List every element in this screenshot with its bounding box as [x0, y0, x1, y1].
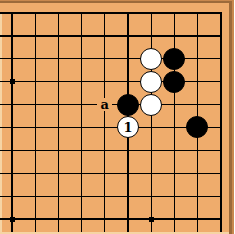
intersection — [116, 162, 139, 185]
black-stone — [117, 94, 139, 116]
intersection — [186, 185, 209, 208]
white-stone — [140, 71, 162, 93]
intersection — [24, 2, 47, 25]
go-board: a1 — [0, 0, 234, 234]
intersection — [163, 208, 186, 231]
intersection — [47, 70, 70, 93]
intersection — [186, 93, 209, 116]
intersection — [47, 162, 70, 185]
intersection — [140, 185, 163, 208]
intersection — [186, 116, 209, 139]
intersection — [186, 47, 209, 70]
intersection — [24, 47, 47, 70]
intersection — [163, 116, 186, 139]
intersection — [0, 2, 23, 25]
intersection — [140, 24, 163, 47]
intersection — [116, 93, 139, 116]
white-stone — [140, 94, 162, 116]
intersection — [93, 47, 116, 70]
intersection — [0, 116, 23, 139]
intersection — [140, 70, 163, 93]
intersection — [24, 70, 47, 93]
intersection — [47, 47, 70, 70]
intersection — [93, 208, 116, 231]
intersection — [93, 116, 116, 139]
intersection — [186, 208, 209, 231]
intersection — [24, 24, 47, 47]
intersection — [0, 185, 23, 208]
point-label-a: a — [97, 98, 112, 111]
black-stone — [163, 71, 185, 93]
intersection — [116, 24, 139, 47]
intersection — [0, 70, 23, 93]
intersection — [186, 162, 209, 185]
intersection — [93, 139, 116, 162]
intersection — [47, 24, 70, 47]
intersection — [0, 139, 23, 162]
intersection — [163, 47, 186, 70]
intersection — [140, 162, 163, 185]
intersection — [24, 185, 47, 208]
move-number-label: 1 — [123, 120, 132, 134]
intersection — [93, 70, 116, 93]
intersection — [116, 185, 139, 208]
intersection — [70, 70, 93, 93]
intersection — [116, 139, 139, 162]
intersection — [24, 139, 47, 162]
intersection — [24, 93, 47, 116]
black-stone — [163, 48, 185, 70]
intersection — [47, 2, 70, 25]
intersection — [47, 116, 70, 139]
intersection — [163, 139, 186, 162]
intersection — [93, 162, 116, 185]
intersection: 1 — [116, 116, 139, 139]
intersection: a — [93, 93, 116, 116]
intersection — [116, 70, 139, 93]
intersection — [140, 139, 163, 162]
intersection — [0, 162, 23, 185]
intersection-grid: a1 — [0, 2, 232, 231]
intersection — [93, 185, 116, 208]
intersection — [70, 185, 93, 208]
board-right-side-highlight — [232, 0, 235, 234]
intersection — [70, 2, 93, 25]
intersection — [0, 24, 23, 47]
intersection — [0, 208, 23, 231]
intersection — [163, 70, 186, 93]
intersection — [186, 70, 209, 93]
intersection — [116, 208, 139, 231]
intersection — [140, 2, 163, 25]
intersection — [140, 93, 163, 116]
intersection — [140, 208, 163, 231]
intersection — [47, 185, 70, 208]
white-stone: 1 — [117, 116, 139, 138]
intersection — [163, 2, 186, 25]
intersection — [140, 116, 163, 139]
intersection — [116, 2, 139, 25]
intersection — [163, 93, 186, 116]
crop-fade-bottom — [0, 232, 229, 234]
intersection — [70, 208, 93, 231]
intersection — [24, 162, 47, 185]
board-top-edge-shadow — [0, 1, 232, 3]
intersection — [0, 93, 23, 116]
intersection — [186, 2, 209, 25]
intersection — [163, 162, 186, 185]
intersection — [93, 24, 116, 47]
white-stone — [140, 48, 162, 70]
black-stone — [186, 116, 208, 138]
intersection — [116, 47, 139, 70]
intersection — [70, 162, 93, 185]
intersection — [93, 2, 116, 25]
intersection — [70, 116, 93, 139]
intersection — [70, 24, 93, 47]
intersection — [163, 24, 186, 47]
intersection — [70, 139, 93, 162]
intersection — [24, 116, 47, 139]
intersection — [163, 185, 186, 208]
intersection — [186, 139, 209, 162]
intersection — [47, 93, 70, 116]
intersection — [140, 47, 163, 70]
intersection — [0, 47, 23, 70]
intersection — [186, 24, 209, 47]
intersection — [47, 208, 70, 231]
intersection — [24, 208, 47, 231]
intersection — [70, 47, 93, 70]
intersection — [70, 93, 93, 116]
intersection — [47, 139, 70, 162]
